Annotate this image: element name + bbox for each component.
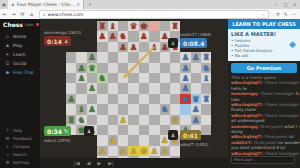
collapse-icon: «: [5, 144, 10, 149]
board-cutout: [201, 21, 211, 31]
board-square-d12[interactable]: [97, 135, 107, 145]
piece-yK-h13[interactable]: ♚: [139, 146, 149, 156]
captured-piece-badge-yellow: ♟: [168, 130, 178, 140]
board-square-d5[interactable]: [97, 63, 107, 73]
board-square-j6[interactable]: [160, 73, 170, 83]
piece-yP-f13[interactable]: ♟: [118, 146, 128, 156]
sidebar-item-label: Learn: [13, 52, 26, 57]
board-square-d13[interactable]: ♟: [97, 146, 107, 156]
piece-gP-b5[interactable]: ♟: [76, 63, 86, 73]
chat-channel: (Team message): [265, 80, 300, 85]
board-square-m5[interactable]: [191, 63, 201, 73]
piece-bP-l6[interactable]: ♟: [180, 73, 190, 83]
piece-gN-b10[interactable]: ♞: [76, 115, 86, 125]
board-square-e7[interactable]: [108, 83, 118, 93]
maximize-icon[interactable]: □: [284, 2, 288, 7]
board-square-h4[interactable]: [139, 52, 149, 62]
player-name-red[interactable]: sommengq (2613): [44, 30, 81, 35]
site-icon: ⌂: [43, 12, 46, 17]
board-square-h10[interactable]: [139, 115, 149, 125]
tab-close-icon[interactable]: ✕: [76, 2, 80, 7]
feedback-icon: ✉: [5, 136, 10, 141]
board-square-i2[interactable]: [149, 31, 159, 41]
board-square-j8[interactable]: [160, 94, 170, 104]
board-square-b4[interactable]: [76, 52, 86, 62]
chat-username[interactable]: wBockqbIqf7:: [231, 113, 263, 118]
board-square-k4[interactable]: [170, 52, 180, 62]
board-square-i7[interactable]: [149, 83, 159, 93]
board-square-n7[interactable]: [201, 83, 211, 93]
board-square-e8[interactable]: [108, 94, 118, 104]
chat-username[interactable]: wBockqbIqf7:: [231, 80, 263, 85]
home-icon[interactable]: ⌂: [27, 11, 36, 17]
play-nav-icon: ♟: [5, 43, 10, 48]
board-square-e10[interactable]: [108, 115, 118, 125]
board-square-j13[interactable]: ♟: [160, 146, 170, 156]
board-square-g6[interactable]: [128, 73, 138, 83]
board-square-k7[interactable]: [170, 83, 180, 93]
board-square-g5[interactable]: [128, 63, 138, 73]
board-cutout: [180, 21, 190, 31]
piece-rP-f3[interactable]: ♟: [118, 42, 128, 52]
piece-rP-h2[interactable]: ♟: [139, 31, 149, 41]
sidebar-item-free-trial[interactable]: ◆ Free Trial: [0, 68, 40, 77]
right-panel: LEARN TO PLAY CHESS LIKE A MASTER! • Les…: [228, 19, 300, 168]
board-square-k5[interactable]: [170, 63, 180, 73]
board-square-i13[interactable]: ♟: [149, 146, 159, 156]
board-square-h1[interactable]: ♚: [139, 21, 149, 31]
url-text: www.chess.com: [48, 12, 84, 17]
chat-text: all undeveloped: [231, 118, 264, 123]
board-square-f12[interactable]: [118, 135, 128, 145]
board-square-m10[interactable]: ♟: [191, 115, 201, 125]
chat-username[interactable]: osdzh17:: [231, 140, 252, 145]
board-square-a10[interactable]: ♜: [66, 115, 76, 125]
board-square-b9[interactable]: ♝: [76, 104, 86, 114]
board-square-m9[interactable]: ♟: [191, 104, 201, 114]
piece-gR-a10[interactable]: ♜: [66, 115, 76, 125]
board-cutout: [87, 31, 97, 41]
sidebar-item-label: Help: [13, 128, 22, 133]
piece-gN-d6[interactable]: ♞: [97, 73, 107, 83]
sidebar-item-label: Collapse: [13, 144, 30, 149]
chat-message-input[interactable]: [231, 156, 295, 164]
board-square-j10[interactable]: [160, 115, 170, 125]
board-square-i3[interactable]: ♝: [149, 42, 159, 52]
more-icon[interactable]: ⋯: [292, 12, 297, 17]
board-square-l4[interactable]: ♟: [180, 52, 190, 62]
chat-message: sommengq: (Team message) hi loko: [231, 91, 300, 102]
ad-body[interactable]: LIKE A MASTER! • Lessons • Puzzles • Ful…: [228, 29, 300, 61]
board-square-h3[interactable]: [139, 42, 149, 52]
clock-yellow-time: 0:41: [183, 132, 198, 139]
chat-text: finally mate: [231, 107, 256, 112]
piece-bP-m10[interactable]: ♟: [191, 115, 201, 125]
board-square-g7[interactable]: [128, 83, 138, 93]
board-square-g3[interactable]: ♟: [128, 42, 138, 52]
board-square-l9[interactable]: [180, 104, 190, 114]
sidebar-item-collapse[interactable]: « Collapse: [0, 142, 40, 150]
board-square-a9[interactable]: [66, 104, 76, 114]
board-square-d9[interactable]: [97, 104, 107, 114]
board-square-c6[interactable]: [87, 73, 97, 83]
board-square-h13[interactable]: ♚: [139, 146, 149, 156]
next-move-button[interactable]: ▶: [97, 160, 101, 166]
piece-bK-l8[interactable]: ♚: [180, 94, 190, 104]
piece-rN-f2[interactable]: ♞: [118, 31, 128, 41]
piece-gP-c4[interactable]: ♟: [87, 52, 97, 62]
board-square-h8[interactable]: [139, 94, 149, 104]
clock-yellow: 0:41: [180, 130, 201, 140]
board-square-g10[interactable]: [128, 115, 138, 125]
piece-gQ-c5[interactable]: ♛: [87, 63, 97, 73]
board-square-l8[interactable]: ♚: [180, 94, 190, 104]
sidebar-item-label: Free Trial: [13, 70, 33, 75]
piece-yP-j13[interactable]: ♟: [160, 146, 170, 156]
chesscom-logo[interactable]: Chess .com: [0, 19, 40, 29]
piece-gB-b9[interactable]: ♝: [76, 104, 86, 114]
tab-favicon: ♟: [11, 2, 15, 7]
sidebar-item-label: Feedback: [13, 136, 32, 141]
sidebar-item-feedback[interactable]: ✉ Feedback: [0, 134, 40, 142]
board-square-a6[interactable]: [66, 73, 76, 83]
board-square-f2[interactable]: ♞: [118, 31, 128, 41]
clock-blue: 0:08.4: [180, 38, 207, 48]
board-square-f10[interactable]: ♟: [118, 115, 128, 125]
piece-gP-b6[interactable]: ♟: [76, 73, 86, 83]
board-square-e6[interactable]: [108, 73, 118, 83]
piece-yP-i13[interactable]: ♟: [149, 146, 159, 156]
board-square-j5[interactable]: [160, 63, 170, 73]
captured-piece-badge-blue: ♟: [168, 38, 178, 48]
board-square-d2[interactable]: ♟: [97, 31, 107, 41]
piece-rR-k1[interactable]: ♜: [170, 21, 180, 31]
board-square-d6[interactable]: ♞: [97, 73, 107, 83]
board-square-b10[interactable]: ♞: [76, 115, 86, 125]
prev-move-button[interactable]: ◀: [87, 160, 91, 166]
board-square-h7[interactable]: [139, 83, 149, 93]
board-square-h9[interactable]: [139, 104, 149, 114]
board-square-g12[interactable]: [128, 135, 138, 145]
board-square-i8[interactable]: [149, 94, 159, 104]
ad-bullet: • No ads: [231, 53, 297, 58]
board-square-h2[interactable]: ♟: [139, 31, 149, 41]
board-square-a8[interactable]: ♟: [66, 94, 76, 104]
back-icon[interactable]: ←: [0, 11, 9, 17]
board-square-g1[interactable]: ♛: [128, 21, 138, 31]
board-square-d10[interactable]: [97, 115, 107, 125]
board-square-m8[interactable]: ♛: [191, 94, 201, 104]
player-name-blue[interactable]: osdzh17 (1868): [180, 32, 211, 37]
piece-rP-g3[interactable]: ♟: [128, 42, 138, 52]
piece-yP-f10[interactable]: ♟: [118, 115, 128, 125]
piece-gP-c9[interactable]: ♟: [87, 104, 97, 114]
chat-message: wBockqbIqf7: (Team message) all undevelo…: [231, 113, 300, 124]
game-area: ♜♝♛♚♜♟♟♞♟♟♟♟♝♟♞♟♟♟♜♟♛♟♞♟♞♟♝♟♟♟♚♛♜♝♟♞♟♜♞♟…: [40, 19, 228, 168]
board-square-j4[interactable]: [160, 52, 170, 62]
board-square-d7[interactable]: [97, 83, 107, 93]
board-square-l7[interactable]: ♟: [180, 83, 190, 93]
board-square-i12[interactable]: [149, 135, 159, 145]
diamond-icon: ◆: [5, 70, 10, 75]
chat-text: hello te: [231, 86, 247, 91]
board-square-d11[interactable]: [97, 125, 107, 135]
board-square-b7[interactable]: [76, 83, 86, 93]
piece-bP-l7[interactable]: ♟: [180, 83, 190, 93]
chat-channel: (Everyone): [254, 140, 277, 145]
board-square-g11[interactable]: [128, 125, 138, 135]
ad-subtitle: LIKE A MASTER!: [231, 31, 297, 37]
board-cutout: [87, 146, 97, 156]
board-cutout: [76, 146, 86, 156]
board-cutout: [201, 146, 211, 156]
board-square-l5[interactable]: ♟: [180, 63, 190, 73]
favorite-star-icon[interactable]: ☆: [261, 12, 265, 17]
board-square-e13[interactable]: [108, 146, 118, 156]
board-square-n5[interactable]: ♞: [201, 63, 211, 73]
close-icon[interactable]: ✕: [293, 2, 296, 7]
board-square-n8[interactable]: ♜: [201, 94, 211, 104]
piece-rB-e1[interactable]: ♝: [108, 21, 118, 31]
sidebar-item-label: Search: [13, 152, 27, 157]
home-nav-icon: ⌂: [5, 34, 10, 39]
board-cutout: [76, 42, 86, 52]
board-square-j7[interactable]: [160, 83, 170, 93]
board-square-n10[interactable]: [201, 115, 211, 125]
piece-rR-d1[interactable]: ♜: [97, 21, 107, 31]
chat-message: wBockqbIqf7: (Team message) hello te: [231, 80, 300, 91]
piece-bQ-m8[interactable]: ♛: [191, 94, 201, 104]
board-square-d3[interactable]: [97, 42, 107, 52]
first-move-button[interactable]: |◀: [74, 160, 80, 166]
board-square-g13[interactable]: ♟: [128, 146, 138, 156]
board-square-e1[interactable]: ♝: [108, 21, 118, 31]
board-square-i5[interactable]: [149, 63, 159, 73]
piece-bB-n6[interactable]: ♝: [201, 73, 211, 83]
board-cutout: [191, 21, 201, 31]
board-square-l10[interactable]: [180, 115, 190, 125]
board-square-g9[interactable]: [128, 104, 138, 114]
chat-channel: (Everyone): [260, 124, 283, 129]
board-square-k6[interactable]: [170, 73, 180, 83]
board-square-i10[interactable]: [149, 115, 159, 125]
board-square-k1[interactable]: ♜: [170, 21, 180, 31]
chat-username[interactable]: sommengq:: [231, 91, 259, 96]
help-icon: ?: [5, 128, 10, 133]
board-square-i11[interactable]: [149, 125, 159, 135]
piece-gP-a8[interactable]: ♟: [66, 94, 76, 104]
player-name-yellow[interactable]: wBockqbIqf7 (2452): [168, 142, 208, 147]
webnote-icon[interactable]: ✎: [284, 12, 288, 17]
board-square-g8[interactable]: [128, 94, 138, 104]
captured-piece-badge-green: ♟: [84, 126, 94, 136]
go-premium-button[interactable]: Go Premium: [231, 63, 297, 73]
piece-bN-j9[interactable]: ♞: [160, 104, 170, 114]
board-square-f5[interactable]: [118, 63, 128, 73]
board-square-f8[interactable]: [118, 94, 128, 104]
board-square-h12[interactable]: [139, 135, 149, 145]
turn-indicator-icon: ↻: [64, 128, 68, 134]
clock-red-time: 0:14: [47, 38, 62, 45]
sidebar-item-help[interactable]: ? Help: [0, 126, 40, 134]
hub-icon[interactable]: ≡: [276, 12, 280, 17]
board-square-a7[interactable]: [66, 83, 76, 93]
tab-preview-icon[interactable]: ▣: [0, 2, 8, 7]
tab-title: Four Player Chess - Che...: [17, 2, 75, 7]
board-square-g4[interactable]: [128, 52, 138, 62]
piece-rB-i3[interactable]: ♝: [149, 42, 159, 52]
learn-nav-icon: ✦: [5, 52, 10, 57]
board-square-k10[interactable]: ♛: [170, 115, 180, 125]
board-square-c4[interactable]: ♟: [87, 52, 97, 62]
chat-channel: (Everyone): [265, 134, 288, 139]
board-square-m7[interactable]: [191, 83, 201, 93]
url-field[interactable]: ⌂ www.chess.com ☆: [39, 10, 269, 19]
gem-icon: ◆: [289, 39, 296, 49]
board-square-n11[interactable]: [201, 125, 211, 135]
clock-red: 0:14 ♟: [44, 36, 71, 46]
clock-green-time: 0:34: [47, 128, 62, 135]
board-square-n4[interactable]: ♜: [201, 52, 211, 62]
board-cutout: [87, 42, 97, 52]
board-square-f1[interactable]: [118, 21, 128, 31]
board-square-f4[interactable]: [118, 52, 128, 62]
board-square-f13[interactable]: ♟: [118, 146, 128, 156]
piece-gP-c7[interactable]: ♟: [87, 83, 97, 93]
piece-bP-m4[interactable]: ♟: [191, 52, 201, 62]
chat-username[interactable]: sommengq:: [231, 124, 259, 129]
board-square-m4[interactable]: ♟: [191, 52, 201, 62]
forward-icon[interactable]: →: [9, 11, 18, 17]
board-square-i9[interactable]: [149, 104, 159, 114]
board-square-h11[interactable]: [139, 125, 149, 135]
board-square-h6[interactable]: [139, 73, 149, 83]
board-square-i6[interactable]: [149, 73, 159, 83]
piece-bR-n8[interactable]: ♜: [201, 94, 211, 104]
board-square-d4[interactable]: [97, 52, 107, 62]
clock-blue-time: 0:08.4: [183, 40, 204, 47]
board-square-k8[interactable]: [170, 94, 180, 104]
new-tab-button[interactable]: +: [84, 2, 96, 7]
search-icon: ⌖: [5, 152, 10, 157]
last-move-button[interactable]: ▶|: [108, 160, 114, 166]
board-square-c9[interactable]: ♟: [87, 104, 97, 114]
board-square-c8[interactable]: [87, 94, 97, 104]
board-square-f6[interactable]: [118, 73, 128, 83]
sidebar-item-social[interactable]: ☰ Social: [0, 59, 40, 68]
browser-tab[interactable]: ♟ Four Player Chess - Che... ✕: [8, 0, 84, 9]
board-square-e2[interactable]: ♟: [108, 31, 118, 41]
minimize-icon[interactable]: —: [275, 2, 279, 7]
sidebar-item-settings[interactable]: ⚙ Settings: [0, 158, 40, 166]
board-cutout: [87, 21, 97, 31]
piece-rP-d2[interactable]: ♟: [97, 31, 107, 41]
board-square-e11[interactable]: [108, 125, 118, 135]
board-square-j1[interactable]: [160, 21, 170, 31]
board-square-d8[interactable]: [97, 94, 107, 104]
board-square-k13[interactable]: [170, 146, 180, 156]
board-cutout: [87, 135, 97, 145]
chat-text: lol: [289, 134, 294, 139]
board-square-f11[interactable]: [118, 125, 128, 135]
piece-rK-h1[interactable]: ♚: [139, 21, 149, 31]
board-square-i4[interactable]: [149, 52, 159, 62]
piece-yP-d13[interactable]: ♟: [97, 146, 107, 156]
board-square-b6[interactable]: ♟: [76, 73, 86, 83]
piece-rP-e2[interactable]: ♟: [108, 31, 118, 41]
board-square-b5[interactable]: ♟: [76, 63, 86, 73]
piece-yP-e12[interactable]: ♟: [108, 135, 118, 145]
piece-bP-l4[interactable]: ♟: [180, 52, 190, 62]
social-nav-icon: ☰: [5, 61, 10, 66]
chat-username[interactable]: wBockqbIqf7:: [231, 102, 263, 107]
board-square-n6[interactable]: ♝: [201, 73, 211, 83]
board-cutout: [66, 146, 76, 156]
board-square-k9[interactable]: [170, 104, 180, 114]
chat-channel: (Team message): [260, 91, 295, 96]
board-square-c10[interactable]: [87, 115, 97, 125]
board-square-b8[interactable]: [76, 94, 86, 104]
board-square-f3[interactable]: ♟: [118, 42, 128, 52]
board-square-a5[interactable]: [66, 63, 76, 73]
board-square-e12[interactable]: ♟: [108, 135, 118, 145]
board-square-e9[interactable]: [108, 104, 118, 114]
sidebar-item-search[interactable]: ⌖ Search: [0, 150, 40, 158]
board-cutout: [180, 146, 190, 156]
board-square-g2[interactable]: [128, 31, 138, 41]
logo-dotcom: .com: [24, 22, 34, 27]
board-cutout: [76, 135, 86, 145]
board-square-a4[interactable]: [66, 52, 76, 62]
board-square-f7[interactable]: [118, 83, 128, 93]
sidebar-item-home[interactable]: ⌂ Home: [0, 32, 40, 41]
player-name-green[interactable]: edvch (2574): [44, 138, 71, 143]
piece-rQ-g1[interactable]: ♛: [128, 21, 138, 31]
piece-yP-g13[interactable]: ♟: [128, 146, 138, 156]
piece-bP-l5[interactable]: ♟: [180, 63, 190, 73]
sidebar-item-label: Home: [13, 34, 26, 39]
board-square-e4[interactable]: [108, 52, 118, 62]
piece-bP-m9[interactable]: ♟: [191, 104, 201, 114]
board-square-c5[interactable]: ♛: [87, 63, 97, 73]
sidebar-item-play[interactable]: ♟ Play: [0, 41, 40, 50]
chat-message: sommengq: (Everyone) what r u doing: [231, 124, 300, 135]
board-square-n9[interactable]: [201, 104, 211, 114]
board-square-e5[interactable]: [108, 63, 118, 73]
board-square-h5[interactable]: [139, 63, 149, 73]
piece-bN-n5[interactable]: ♞: [201, 63, 211, 73]
sidebar-item-label: Play: [13, 43, 22, 48]
sidebar-item-label: Social: [13, 61, 26, 66]
captured-pawn-icon: ♟: [64, 38, 68, 44]
piece-bR-n4[interactable]: ♜: [201, 52, 211, 62]
refresh-icon[interactable]: ⟳: [18, 11, 27, 17]
board-square-e3[interactable]: [108, 42, 118, 52]
board-square-d1[interactable]: ♜: [97, 21, 107, 31]
board-square-i1[interactable]: [149, 21, 159, 31]
board-cutout: [191, 146, 201, 156]
sidebar-item-learn[interactable]: ✦ Learn: [0, 50, 40, 59]
piece-yQ-k10[interactable]: ♛: [170, 115, 180, 125]
board-square-l6[interactable]: ♟: [180, 73, 190, 83]
board-square-m6[interactable]: [191, 73, 201, 83]
board-square-f9[interactable]: [118, 104, 128, 114]
board-square-j9[interactable]: ♞: [160, 104, 170, 114]
chat-username[interactable]: wBockqbIqf7:: [231, 134, 263, 139]
logo-word: Chess: [3, 21, 23, 28]
sidebar: Chess .com ⌂ Home ♟ Play ✦ Learn ☰ Socia…: [0, 19, 40, 168]
board-square-c7[interactable]: ♟: [87, 83, 97, 93]
